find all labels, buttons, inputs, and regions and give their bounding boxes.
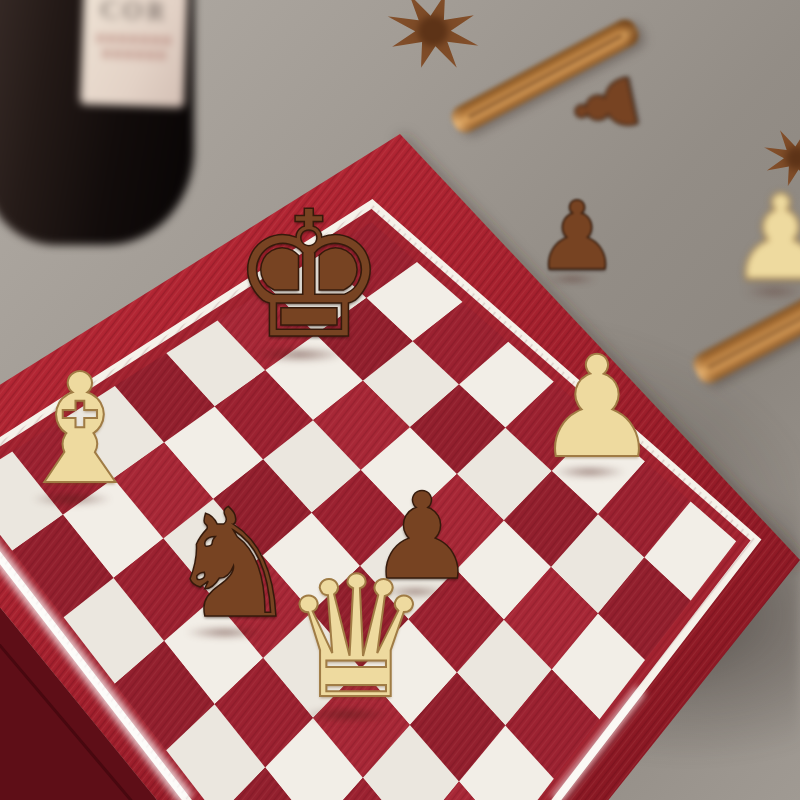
dark-pawn-glyph: ♟ — [559, 63, 652, 150]
piece-a3-light-bishop[interactable]: ♝ — [12, 354, 148, 506]
light-pawn-glyph: ♟ — [534, 338, 660, 478]
dark-pawn-glyph: ♟ — [534, 189, 619, 284]
piece-b6-dark-king[interactable]: ♚ — [231, 188, 388, 363]
piece-dark-pawn[interactable]: ♟ — [534, 189, 619, 284]
dark-king-glyph: ♚ — [231, 188, 388, 363]
piece-e7-light-pawn[interactable]: ♟ — [534, 338, 660, 478]
pieces-layer: ♟♚♟♝♞♛♟♟♟ — [0, 0, 800, 800]
piece-light-pawn[interactable]: ♟ — [728, 179, 800, 297]
piece-f3-light-queen[interactable]: ♛ — [281, 554, 432, 722]
piece-dark-pawn[interactable]: ♟ — [559, 63, 652, 150]
light-bishop-glyph: ♝ — [12, 354, 148, 506]
light-pawn-glyph: ♟ — [728, 179, 800, 297]
light-queen-glyph: ♛ — [281, 554, 432, 722]
